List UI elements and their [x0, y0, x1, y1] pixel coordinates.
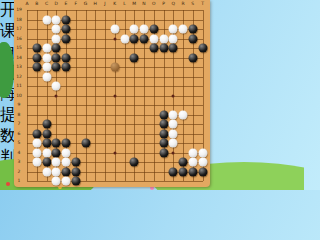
stone-white [42, 15, 51, 24]
coord-label: 7 [18, 122, 21, 127]
stone-white [62, 148, 71, 157]
stone-black [130, 53, 139, 62]
stone-white [110, 25, 119, 34]
stone-black [188, 53, 197, 62]
stone-white [188, 158, 197, 167]
stone-black [159, 44, 168, 53]
coord-label: 5 [18, 141, 21, 146]
coord-label: L [123, 1, 126, 6]
stone-black [42, 158, 51, 167]
stone-black [71, 158, 80, 167]
star-point [113, 37, 116, 40]
stone-white [42, 44, 51, 53]
stone-black [62, 34, 71, 43]
stone-white [52, 34, 61, 43]
go-board[interactable]: A19B18C17D16E15F14G13H12J11K10L9M8N7O6P5… [14, 0, 210, 187]
stone-white [42, 72, 51, 81]
coord-label: 12 [16, 74, 22, 79]
stone-black [42, 139, 51, 148]
coord-label: A [25, 1, 28, 6]
stone-white [169, 34, 178, 43]
coord-label: E [65, 1, 68, 6]
coord-label: 2 [18, 169, 21, 174]
stone-white [169, 139, 178, 148]
coord-label: 6 [18, 131, 21, 136]
coord-label: M [132, 1, 136, 6]
stone-black [169, 167, 178, 176]
stone-black [188, 34, 197, 43]
grid-line [27, 105, 203, 106]
coord-label: 18 [16, 17, 22, 22]
stone-white [32, 139, 41, 148]
coord-label: N [142, 1, 145, 6]
coord-label: 10 [16, 93, 22, 98]
coord-label: Q [171, 1, 175, 6]
stone-black [159, 120, 168, 129]
stone-white [52, 167, 61, 176]
stone-black [62, 53, 71, 62]
coord-label: J [104, 1, 105, 6]
stone-white [179, 25, 188, 34]
stone-black [52, 139, 61, 148]
stone-white [140, 25, 149, 34]
stone-black [62, 15, 71, 24]
coord-label: 9 [18, 103, 21, 108]
stone-black [71, 177, 80, 186]
coord-label: B [35, 1, 38, 6]
stone-white [130, 25, 139, 34]
coord-label: G [84, 1, 88, 6]
stone-black [32, 53, 41, 62]
stone-black [62, 167, 71, 176]
coord-label: 3 [18, 160, 21, 165]
stone-black [52, 44, 61, 53]
coord-label: K [113, 1, 116, 6]
stone-ghost [110, 63, 119, 72]
coord-label: 14 [16, 55, 22, 60]
stone-black [52, 148, 61, 157]
stone-white [198, 148, 207, 157]
stone-black [159, 139, 168, 148]
stone-black [198, 167, 207, 176]
stone-white [52, 25, 61, 34]
stone-white [120, 34, 129, 43]
stone-black [52, 53, 61, 62]
stone-white [32, 158, 41, 167]
stone-white [62, 177, 71, 186]
stone-white [32, 148, 41, 157]
stone-black [149, 25, 158, 34]
stone-black [62, 139, 71, 148]
coord-label: 13 [16, 65, 22, 70]
stone-black [188, 25, 197, 34]
stone-white [169, 120, 178, 129]
star-point [113, 94, 116, 97]
stone-white [169, 110, 178, 119]
coord-label: T [201, 1, 204, 6]
stone-white [159, 34, 168, 43]
coord-label: C [45, 1, 48, 6]
stone-white [188, 148, 197, 157]
star-point [172, 151, 175, 154]
stone-black [198, 44, 207, 53]
stone-white [198, 158, 207, 167]
stone-black [169, 44, 178, 53]
coord-label: R [181, 1, 184, 6]
stone-black [188, 167, 197, 176]
coord-label: 15 [16, 46, 22, 51]
stone-black [32, 129, 41, 138]
stone-white [42, 167, 51, 176]
stone-black [130, 158, 139, 167]
stone-black [159, 148, 168, 157]
stone-white [62, 158, 71, 167]
stone-white [42, 63, 51, 72]
stone-white [52, 158, 61, 167]
stone-black [81, 139, 90, 148]
coord-label: 4 [18, 150, 21, 155]
stone-black [32, 44, 41, 53]
stone-black [130, 34, 139, 43]
stone-white [42, 53, 51, 62]
stone-black [62, 63, 71, 72]
coord-label: 8 [18, 112, 21, 117]
stone-black [159, 129, 168, 138]
stone-black [52, 63, 61, 72]
grid-line [183, 10, 184, 181]
coord-label: 16 [16, 36, 22, 41]
stone-white [169, 129, 178, 138]
stone-black [71, 167, 80, 176]
coord-label: 11 [16, 84, 22, 89]
coord-label: D [55, 1, 58, 6]
coord-label: 19 [16, 8, 22, 13]
stone-black [32, 63, 41, 72]
coord-label: H [94, 1, 97, 6]
stone-black [159, 110, 168, 119]
stone-white [149, 34, 158, 43]
coord-label: P [162, 1, 165, 6]
stone-black [149, 44, 158, 53]
stone-black [62, 25, 71, 34]
stone-white [169, 25, 178, 34]
coord-label: 1 [18, 179, 21, 184]
coord-label: S [191, 1, 194, 6]
stone-black [42, 129, 51, 138]
coord-label: F [74, 1, 77, 6]
stone-white [52, 177, 61, 186]
star-point [55, 94, 58, 97]
star-point [172, 94, 175, 97]
stone-black [179, 158, 188, 167]
stone-white [179, 110, 188, 119]
stone-black [42, 120, 51, 129]
stone-black [179, 167, 188, 176]
stone-white [52, 82, 61, 91]
stone-white [52, 15, 61, 24]
coord-label: O [152, 1, 156, 6]
flower [6, 182, 10, 186]
star-point [113, 151, 116, 154]
stone-black [140, 34, 149, 43]
coord-label: 17 [16, 27, 22, 32]
stone-white [42, 148, 51, 157]
